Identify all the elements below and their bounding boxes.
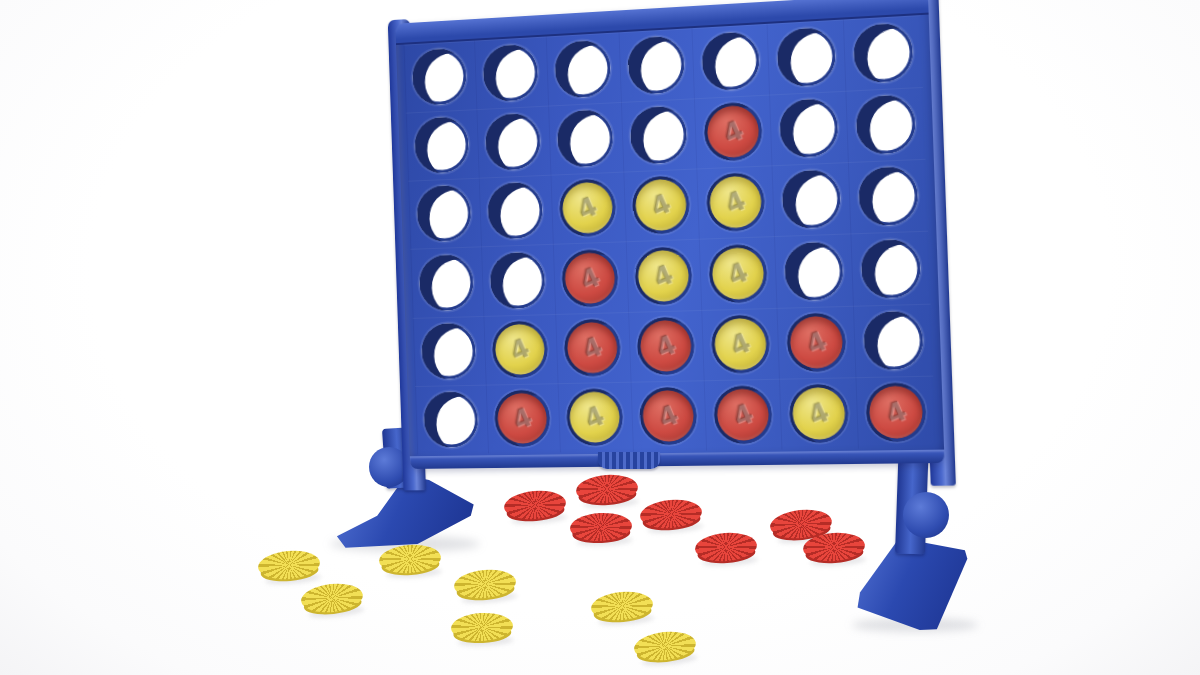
empty-hole bbox=[483, 44, 539, 103]
board-cell-c5r5[interactable]: 4 bbox=[702, 308, 780, 381]
hole: 4 bbox=[634, 246, 692, 305]
board-cell-c1r3[interactable] bbox=[408, 178, 481, 249]
yellow-disc[interactable]: 4 bbox=[495, 323, 546, 374]
board-cell-c4r1[interactable] bbox=[618, 28, 694, 102]
board-cell-c1r5[interactable] bbox=[413, 316, 486, 386]
board-cell-c4r2[interactable] bbox=[621, 98, 697, 171]
loose-yellow-disc[interactable] bbox=[378, 543, 442, 575]
loose-red-disc[interactable] bbox=[694, 531, 758, 563]
disc-emboss-numeral: 4 bbox=[803, 395, 833, 431]
board-cell-c2r5[interactable]: 4 bbox=[483, 314, 557, 385]
board-cell-c6r6[interactable]: 4 bbox=[779, 377, 858, 450]
chip-teeth bbox=[590, 589, 654, 622]
empty-hole bbox=[862, 310, 923, 370]
connect-four-photo-scene: 444444444444444444 bbox=[0, 0, 1200, 675]
empty-hole bbox=[784, 241, 844, 301]
empty-hole bbox=[487, 182, 543, 240]
hole: 4 bbox=[637, 316, 695, 374]
hole: 4 bbox=[711, 314, 770, 373]
red-disc[interactable]: 4 bbox=[640, 320, 692, 372]
chip-teeth bbox=[453, 567, 517, 600]
board-cell-c5r1[interactable] bbox=[692, 24, 769, 99]
hole: 4 bbox=[632, 176, 690, 235]
hole: 4 bbox=[786, 312, 846, 371]
hole: 4 bbox=[713, 385, 772, 443]
disc-emboss-numeral: 4 bbox=[725, 326, 755, 362]
loose-red-disc[interactable] bbox=[575, 473, 639, 505]
empty-hole bbox=[855, 94, 916, 155]
empty-hole bbox=[860, 238, 921, 298]
board-cell-c5r6[interactable]: 4 bbox=[704, 379, 782, 451]
disc-emboss-numeral: 4 bbox=[508, 401, 537, 436]
board-cell-c4r6[interactable]: 4 bbox=[630, 380, 706, 451]
red-disc[interactable]: 4 bbox=[716, 388, 769, 440]
disc-emboss-numeral: 4 bbox=[728, 397, 758, 433]
yellow-disc[interactable]: 4 bbox=[635, 179, 687, 232]
empty-hole bbox=[701, 31, 760, 91]
empty-hole bbox=[557, 109, 614, 168]
hole: 4 bbox=[561, 249, 618, 307]
board-cell-c7r5[interactable] bbox=[853, 303, 933, 377]
board-cell-c7r3[interactable] bbox=[848, 159, 928, 234]
board-cell-c6r3[interactable] bbox=[772, 162, 851, 236]
loose-red-disc[interactable] bbox=[802, 531, 866, 563]
empty-hole bbox=[627, 35, 685, 95]
loose-yellow-disc[interactable] bbox=[453, 567, 517, 600]
yellow-disc[interactable]: 4 bbox=[792, 387, 846, 440]
board-cell-c3r6[interactable]: 4 bbox=[557, 382, 632, 453]
red-disc[interactable]: 4 bbox=[642, 390, 694, 442]
empty-hole bbox=[485, 113, 541, 172]
board-cell-c1r1[interactable] bbox=[404, 41, 477, 113]
empty-hole bbox=[629, 105, 687, 165]
board-cell-c4r5[interactable]: 4 bbox=[628, 310, 704, 382]
disc-emboss-numeral: 4 bbox=[723, 255, 753, 291]
disc-emboss-numeral: 4 bbox=[573, 190, 602, 226]
disc-emboss-numeral: 4 bbox=[506, 331, 535, 366]
board-cell-c3r3[interactable]: 4 bbox=[550, 172, 625, 244]
board-cell-c5r2[interactable]: 4 bbox=[694, 95, 771, 169]
empty-hole bbox=[424, 391, 480, 448]
chip-teeth bbox=[639, 497, 703, 530]
board-cell-c4r3[interactable]: 4 bbox=[623, 169, 699, 242]
board-cell-c3r4[interactable]: 4 bbox=[553, 242, 628, 314]
yellow-disc[interactable]: 4 bbox=[709, 176, 762, 229]
hole: 4 bbox=[492, 320, 548, 377]
empty-hole bbox=[781, 169, 841, 229]
loose-red-disc[interactable] bbox=[503, 488, 567, 521]
loose-red-disc[interactable] bbox=[639, 497, 703, 530]
hole: 4 bbox=[564, 318, 621, 376]
board-cell-c1r4[interactable] bbox=[410, 247, 483, 318]
red-disc[interactable]: 4 bbox=[707, 105, 760, 159]
board-cell-c2r1[interactable] bbox=[474, 37, 548, 110]
board-cell-c6r5[interactable]: 4 bbox=[777, 305, 856, 378]
empty-hole bbox=[852, 22, 913, 83]
stand-right-pivot-knob bbox=[903, 492, 949, 538]
board-cell-c5r3[interactable]: 4 bbox=[697, 166, 774, 240]
yellow-disc[interactable]: 4 bbox=[637, 249, 689, 302]
empty-hole bbox=[490, 251, 546, 309]
disc-emboss-numeral: 4 bbox=[646, 187, 675, 223]
disc-release-latch[interactable] bbox=[598, 452, 660, 469]
empty-hole bbox=[779, 98, 839, 158]
disc-emboss-numeral: 4 bbox=[651, 328, 680, 364]
disc-emboss-numeral: 4 bbox=[653, 398, 682, 434]
hole: 4 bbox=[788, 384, 848, 443]
empty-hole bbox=[421, 322, 477, 379]
disc-emboss-numeral: 4 bbox=[880, 394, 911, 431]
empty-hole bbox=[412, 48, 468, 106]
yellow-disc[interactable]: 4 bbox=[711, 247, 764, 300]
empty-hole bbox=[857, 166, 918, 227]
board-cell-c2r4[interactable] bbox=[481, 244, 555, 315]
board-cell-c7r6[interactable]: 4 bbox=[856, 375, 936, 448]
board-cell-c3r1[interactable] bbox=[545, 32, 620, 105]
board-cell-c2r3[interactable] bbox=[479, 175, 553, 247]
hole: 4 bbox=[559, 179, 616, 238]
board-cell-c6r2[interactable] bbox=[769, 91, 848, 166]
disc-emboss-numeral: 4 bbox=[578, 330, 607, 366]
board-cell-c2r2[interactable] bbox=[476, 106, 550, 178]
hole: 4 bbox=[703, 102, 762, 162]
red-disc[interactable]: 4 bbox=[789, 316, 843, 369]
hole: 4 bbox=[865, 382, 926, 441]
board-cell-c4r4[interactable]: 4 bbox=[625, 239, 701, 311]
chip-teeth bbox=[503, 488, 567, 521]
board-cell-c1r2[interactable] bbox=[406, 109, 479, 181]
board-cell-c7r4[interactable] bbox=[851, 231, 931, 305]
red-disc[interactable]: 4 bbox=[564, 252, 615, 304]
board-cell-c5r4[interactable]: 4 bbox=[699, 237, 777, 310]
disc-emboss-numeral: 4 bbox=[718, 114, 748, 150]
red-disc[interactable]: 4 bbox=[567, 321, 618, 373]
loose-yellow-disc[interactable] bbox=[590, 589, 654, 622]
loose-yellow-disc[interactable] bbox=[633, 629, 698, 663]
connect-four-board: 444444444444444444 bbox=[395, 0, 944, 469]
board-cell-c6r1[interactable] bbox=[767, 20, 846, 95]
loose-red-disc[interactable] bbox=[569, 511, 632, 542]
empty-hole bbox=[776, 27, 836, 88]
empty-hole bbox=[419, 254, 475, 311]
empty-hole bbox=[554, 39, 611, 98]
hole: 4 bbox=[566, 388, 623, 446]
loose-yellow-disc[interactable] bbox=[300, 581, 365, 615]
loose-yellow-disc[interactable] bbox=[450, 611, 513, 642]
board-cell-c2r6[interactable]: 4 bbox=[486, 383, 560, 453]
hole: 4 bbox=[494, 390, 551, 447]
chip-teeth bbox=[257, 548, 321, 581]
yellow-disc[interactable]: 4 bbox=[569, 391, 620, 442]
board-cell-c3r2[interactable] bbox=[548, 102, 623, 175]
hole: 4 bbox=[706, 173, 765, 233]
empty-hole bbox=[414, 116, 470, 174]
red-disc[interactable]: 4 bbox=[497, 393, 548, 444]
board-cell-c3r5[interactable]: 4 bbox=[555, 312, 630, 383]
board-cell-c7r1[interactable] bbox=[843, 15, 923, 91]
red-disc[interactable]: 4 bbox=[868, 386, 923, 439]
empty-hole bbox=[417, 185, 473, 243]
disc-emboss-numeral: 4 bbox=[720, 184, 750, 220]
board-grid: 444444444444444444 bbox=[404, 15, 936, 454]
disc-emboss-numeral: 4 bbox=[580, 399, 609, 435]
hole: 4 bbox=[708, 244, 767, 303]
disc-emboss-numeral: 4 bbox=[649, 258, 678, 294]
yellow-disc[interactable]: 4 bbox=[714, 318, 767, 371]
disc-emboss-numeral: 4 bbox=[801, 324, 831, 360]
loose-yellow-disc[interactable] bbox=[257, 548, 321, 581]
yellow-disc[interactable]: 4 bbox=[562, 182, 613, 234]
board-cell-c1r6[interactable] bbox=[415, 384, 488, 454]
board-face: 444444444444444444 bbox=[395, 0, 944, 469]
board-cell-c6r4[interactable] bbox=[774, 234, 853, 308]
disc-emboss-numeral: 4 bbox=[576, 260, 605, 296]
board-cell-c7r2[interactable] bbox=[845, 87, 925, 162]
hole: 4 bbox=[639, 387, 697, 445]
